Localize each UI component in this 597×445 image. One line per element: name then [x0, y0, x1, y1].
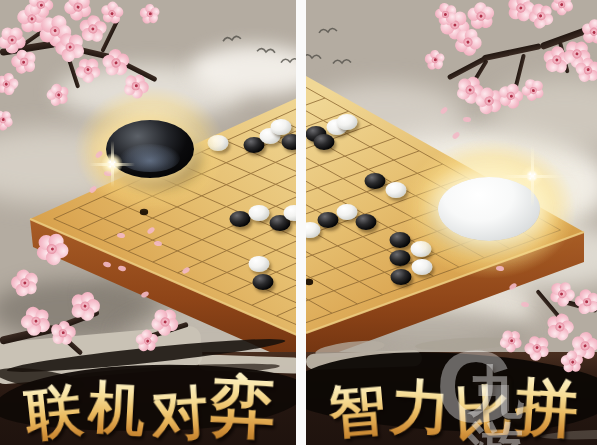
blossom-stamen-dot — [531, 88, 535, 92]
bird-icon — [319, 28, 337, 33]
caption-online-play: 联机对弈 — [2, 381, 294, 441]
go-stone-black — [356, 214, 377, 230]
blossom-flower — [519, 76, 547, 104]
bird-icon — [223, 36, 241, 41]
caption-char: 比 — [453, 381, 513, 444]
blossom-flower — [433, 1, 458, 26]
bird-icon — [333, 60, 351, 64]
glow-sparkle-icon — [501, 145, 563, 207]
go-stone-white — [249, 205, 270, 221]
bird-icon — [281, 58, 297, 62]
go-stone-white — [284, 205, 298, 221]
go-stone-black — [230, 211, 251, 227]
panel-divider — [296, 0, 306, 445]
go-stone-white — [271, 119, 292, 135]
bird-icon — [257, 48, 275, 53]
go-stone-white — [249, 256, 270, 272]
caption-char: 力 — [388, 375, 452, 442]
go-stone-white — [337, 204, 358, 220]
go-stone-white — [337, 114, 358, 130]
go-stone-black — [318, 212, 339, 228]
glow-sparkle-icon — [89, 141, 135, 187]
go-promo-image: 联机对弈 智力比拼 G 九游 — [0, 0, 597, 445]
go-stone-black — [253, 274, 274, 290]
falling-petal — [463, 117, 471, 122]
caption-char: 机 — [87, 377, 147, 440]
go-stone-black — [282, 134, 298, 150]
go-stone-black — [314, 134, 335, 150]
blossom-flower — [571, 286, 597, 318]
blossom-flower — [10, 48, 38, 76]
caption-char: 弈 — [208, 371, 276, 443]
blossom-stamen-dot — [10, 38, 13, 41]
caption-char: 对 — [149, 382, 210, 445]
caption-char: 联 — [22, 380, 85, 445]
caption-char: 智 — [326, 378, 388, 443]
blossom-flower — [121, 71, 151, 101]
bird-icon — [306, 54, 321, 58]
caption-iq-battle: 智力比拼 — [306, 381, 597, 441]
blossom-flower — [48, 318, 79, 349]
caption-char: 拼 — [513, 372, 580, 443]
